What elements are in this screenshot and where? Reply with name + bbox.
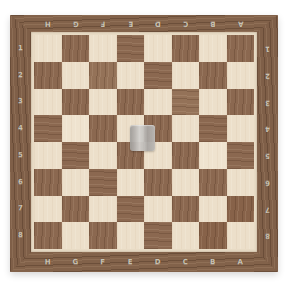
- square-a8[interactable]: [227, 222, 255, 249]
- rank-label-3: 3: [257, 89, 278, 116]
- square-c1[interactable]: [172, 35, 200, 62]
- square-d2[interactable]: [144, 62, 172, 89]
- square-g8[interactable]: [62, 222, 90, 249]
- square-b2[interactable]: [199, 62, 227, 89]
- square-a6[interactable]: [227, 169, 255, 196]
- square-f3[interactable]: [89, 89, 117, 116]
- square-h3[interactable]: [34, 89, 62, 116]
- square-c8[interactable]: [172, 222, 200, 249]
- square-f8[interactable]: [89, 222, 117, 249]
- square-h8[interactable]: [34, 222, 62, 249]
- rank-label-4: 4: [10, 115, 31, 142]
- rank-label-5: 5: [10, 142, 31, 169]
- rank-label-3: 3: [10, 89, 31, 116]
- rank-labels-right: 12345678: [257, 35, 278, 249]
- file-label-g: G: [62, 252, 90, 272]
- square-b6[interactable]: [199, 169, 227, 196]
- file-label-f: F: [89, 252, 117, 272]
- square-g2[interactable]: [62, 62, 90, 89]
- rank-label-2: 2: [10, 62, 31, 89]
- square-f5[interactable]: [89, 142, 117, 169]
- square-e6[interactable]: [117, 169, 145, 196]
- square-d7[interactable]: [144, 196, 172, 223]
- square-b4[interactable]: [199, 115, 227, 142]
- file-label-e: E: [117, 252, 145, 272]
- square-b3[interactable]: [199, 89, 227, 116]
- file-label-d: D: [144, 252, 172, 272]
- square-e3[interactable]: [117, 89, 145, 116]
- square-a1[interactable]: [227, 35, 255, 62]
- file-label-b: B: [199, 15, 227, 32]
- rank-label-1: 1: [257, 35, 278, 62]
- square-b8[interactable]: [199, 222, 227, 249]
- square-d3[interactable]: [144, 89, 172, 116]
- square-f2[interactable]: [89, 62, 117, 89]
- square-e2[interactable]: [117, 62, 145, 89]
- file-label-h: H: [34, 15, 62, 32]
- rank-label-4: 4: [257, 115, 278, 142]
- rank-labels-left: 12345678: [10, 35, 31, 249]
- file-label-f: F: [89, 15, 117, 32]
- file-label-g: G: [62, 15, 90, 32]
- file-label-h: H: [34, 252, 62, 272]
- square-e7[interactable]: [117, 196, 145, 223]
- square-c5[interactable]: [172, 142, 200, 169]
- square-c6[interactable]: [172, 169, 200, 196]
- square-h7[interactable]: [34, 196, 62, 223]
- square-h2[interactable]: [34, 62, 62, 89]
- square-e8[interactable]: [117, 222, 145, 249]
- product-photo: HGFEDCBA HGFEDCBA 12345678 12345678: [0, 0, 287, 300]
- square-h6[interactable]: [34, 169, 62, 196]
- file-label-a: A: [227, 252, 255, 272]
- rank-label-6: 6: [10, 169, 31, 196]
- square-b7[interactable]: [199, 196, 227, 223]
- file-label-d: D: [144, 15, 172, 32]
- rank-label-7: 7: [257, 196, 278, 223]
- square-f4[interactable]: [89, 115, 117, 142]
- square-f1[interactable]: [89, 35, 117, 62]
- square-h1[interactable]: [34, 35, 62, 62]
- rank-label-6: 6: [257, 169, 278, 196]
- square-a4[interactable]: [227, 115, 255, 142]
- square-h5[interactable]: [34, 142, 62, 169]
- square-c2[interactable]: [172, 62, 200, 89]
- chess-board: HGFEDCBA HGFEDCBA 12345678 12345678: [10, 15, 278, 272]
- file-label-a: A: [227, 15, 255, 32]
- square-b1[interactable]: [199, 35, 227, 62]
- square-a5[interactable]: [227, 142, 255, 169]
- rank-label-7: 7: [10, 196, 31, 223]
- square-d6[interactable]: [144, 169, 172, 196]
- file-label-b: B: [199, 252, 227, 272]
- square-g3[interactable]: [62, 89, 90, 116]
- square-g1[interactable]: [62, 35, 90, 62]
- square-c4[interactable]: [172, 115, 200, 142]
- square-h4[interactable]: [34, 115, 62, 142]
- file-label-c: C: [172, 252, 200, 272]
- rank-label-2: 2: [257, 62, 278, 89]
- rank-label-5: 5: [257, 142, 278, 169]
- square-f7[interactable]: [89, 196, 117, 223]
- square-g6[interactable]: [62, 169, 90, 196]
- file-label-e: E: [117, 15, 145, 32]
- square-g5[interactable]: [62, 142, 90, 169]
- file-label-c: C: [172, 15, 200, 32]
- center-watermark-icon: [130, 125, 155, 151]
- rank-label-8: 8: [10, 222, 31, 249]
- square-c3[interactable]: [172, 89, 200, 116]
- square-b5[interactable]: [199, 142, 227, 169]
- square-f6[interactable]: [89, 169, 117, 196]
- square-a3[interactable]: [227, 89, 255, 116]
- square-a2[interactable]: [227, 62, 255, 89]
- square-g7[interactable]: [62, 196, 90, 223]
- file-labels-bottom: HGFEDCBA: [34, 252, 254, 272]
- square-d1[interactable]: [144, 35, 172, 62]
- file-labels-top: HGFEDCBA: [34, 15, 254, 32]
- square-e1[interactable]: [117, 35, 145, 62]
- square-a7[interactable]: [227, 196, 255, 223]
- rank-label-8: 8: [257, 222, 278, 249]
- rank-label-1: 1: [10, 35, 31, 62]
- square-g4[interactable]: [62, 115, 90, 142]
- square-c7[interactable]: [172, 196, 200, 223]
- square-d8[interactable]: [144, 222, 172, 249]
